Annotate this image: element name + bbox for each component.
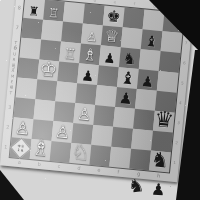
piece-black-bishop-g7[interactable]: ♝	[144, 33, 159, 49]
square-h6[interactable]	[159, 51, 181, 73]
rank-label-right-4: 4	[179, 101, 182, 105]
rank-label-8: 8	[17, 5, 21, 10]
square-a6[interactable]	[19, 38, 41, 60]
piece-white-bishop-b1[interactable]: ♗	[30, 136, 51, 159]
piece-white-bishop-d6[interactable]: ♗	[82, 46, 98, 63]
piece-black-pawn-g5[interactable]: ♟	[141, 74, 155, 89]
piece-black-pawn-e6[interactable]: ♟	[103, 51, 116, 65]
square-g6[interactable]	[139, 49, 161, 71]
rank-label-right-1: 1	[173, 161, 176, 165]
square-h8[interactable]	[163, 11, 185, 33]
square-a7[interactable]	[21, 18, 43, 40]
rank-label-right-5: 5	[181, 81, 184, 85]
file-label-e: e	[97, 167, 101, 172]
square-e4[interactable]	[95, 85, 117, 107]
square-f7[interactable]	[121, 27, 143, 49]
file-label-top-g: g	[153, 4, 156, 8]
square-c8[interactable]	[63, 2, 85, 24]
file-label-top-e: e	[113, 0, 116, 4]
piece-white-queen-e7[interactable]: ♕	[104, 28, 120, 46]
square-g2[interactable]	[131, 129, 153, 151]
rank-label-4: 4	[10, 85, 14, 90]
rank-label-5: 5	[12, 65, 16, 70]
rank-label-3: 3	[8, 105, 12, 110]
piece-white-pawn-c2[interactable]: ♙	[54, 123, 71, 142]
square-d4[interactable]	[75, 83, 97, 105]
square-f3[interactable]	[113, 107, 135, 129]
chess-board: TOURNAMENT aabbccddeeffgghh8877665544332…	[0, 0, 194, 182]
piece-white-pawn-d7[interactable]: ♙	[86, 30, 98, 43]
file-label-f: f	[117, 169, 119, 174]
square-b4[interactable]	[35, 79, 57, 101]
square-a4[interactable]	[16, 77, 38, 99]
rank-label-right-8: 8	[187, 21, 190, 25]
piece-black-rook-a8[interactable]: ♜	[28, 4, 40, 17]
file-label-top-f: f	[133, 2, 135, 6]
file-label-a: a	[18, 159, 22, 164]
piece-white-rook-b8[interactable]: ♖	[48, 6, 60, 19]
rank-label-7: 7	[15, 25, 19, 30]
file-label-top-d: d	[94, 0, 97, 2]
rank-label-6: 6	[14, 45, 18, 50]
square-g4[interactable]	[135, 89, 157, 111]
square-g8[interactable]	[143, 9, 165, 31]
captured-black-knight[interactable]: ♞	[127, 176, 145, 196]
file-label-d: d	[77, 165, 81, 170]
piece-black-knight-f6[interactable]: ♞	[122, 51, 137, 67]
piece-white-rook-c6[interactable]: ♖	[63, 46, 77, 62]
rank-label-1: 1	[4, 145, 8, 150]
piece-black-bishop-f5[interactable]: ♝	[119, 69, 136, 87]
rank-label-right-3: 3	[177, 121, 180, 125]
rank-label-right-2: 2	[175, 141, 178, 145]
square-a5[interactable]	[17, 58, 39, 80]
file-label-top-h: h	[173, 6, 176, 10]
chessboard-photo: TOURNAMENT aabbccddeeffgghh8877665544332…	[0, 0, 200, 200]
square-g3[interactable]	[133, 109, 155, 131]
rank-label-right-7: 7	[185, 41, 188, 45]
square-e3[interactable]	[93, 105, 115, 127]
emblem-piece-symbols: ♚♛ ♝♞	[17, 143, 25, 152]
square-c7[interactable]	[61, 22, 83, 44]
captured-black-pawn[interactable]: ♟	[150, 182, 165, 199]
rank-label-2: 2	[6, 125, 10, 130]
piece-black-knight-h1[interactable]: ♞	[150, 148, 170, 170]
piece-black-king-e8[interactable]: ♚	[106, 9, 121, 26]
square-f2[interactable]	[111, 127, 133, 149]
square-f1[interactable]	[109, 147, 131, 169]
file-label-b: b	[38, 161, 42, 166]
square-d8[interactable]	[83, 4, 105, 26]
piece-black-pawn-f4[interactable]: ♟	[118, 91, 133, 108]
square-g1[interactable]	[129, 149, 151, 171]
piece-white-knight-d1[interactable]: ♘	[70, 141, 90, 163]
rank-label-right-6: 6	[183, 61, 186, 65]
square-h7[interactable]	[161, 31, 183, 53]
square-e5[interactable]	[97, 65, 119, 87]
square-e2[interactable]	[91, 125, 113, 147]
square-b3[interactable]	[34, 99, 56, 121]
piece-white-pawn-a2[interactable]: ♙	[14, 119, 31, 138]
square-c1[interactable]	[50, 141, 72, 163]
square-h5[interactable]	[157, 71, 179, 93]
square-f8[interactable]	[123, 7, 145, 29]
square-e1[interactable]	[89, 145, 111, 167]
piece-white-pawn-d3[interactable]: ♙	[76, 106, 92, 124]
square-c5[interactable]	[57, 61, 79, 83]
square-b7[interactable]	[41, 20, 63, 42]
piece-white-king-b5[interactable]: ♔	[39, 58, 58, 79]
file-label-h: h	[157, 173, 161, 178]
piece-black-queen-h3[interactable]: ♛	[153, 108, 175, 132]
file-label-c: c	[57, 163, 60, 168]
square-c4[interactable]	[55, 81, 77, 103]
piece-black-pawn-d5[interactable]: ♟	[81, 68, 95, 83]
